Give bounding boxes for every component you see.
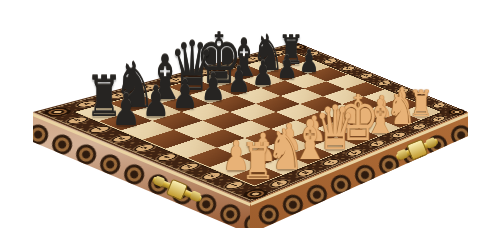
corner-rosette: [284, 43, 310, 52]
rank-label-right-3: 3: [393, 87, 412, 94]
rank-label-right-2: 2: [412, 94, 431, 101]
rank-label-right-5: 5: [357, 72, 376, 79]
rank-label-left-1: 1: [221, 180, 247, 190]
rank-label-left-6: 6: [108, 134, 136, 144]
chess-board: AA11BB22CC33DD44EE55FF66GG77HH88: [33, 42, 468, 202]
rank-label-left-5: 5: [131, 143, 159, 153]
corner-rosette: [39, 106, 76, 118]
rank-label-left-8: 8: [63, 116, 92, 125]
rank-label-right-8: 8: [302, 50, 322, 57]
rank-label-right-6: 6: [339, 65, 359, 72]
rank-label-left-3: 3: [176, 162, 203, 172]
product-photo-scene: AA11BB22CC33DD44EE55FF66GG77HH88 ♜♞♟♝♟♚♟…: [0, 0, 500, 228]
rank-label-left-4: 4: [153, 152, 180, 162]
rank-label-left-2: 2: [199, 171, 226, 181]
rank-label-left-7: 7: [86, 125, 114, 135]
rank-label-right-1: 1: [430, 102, 448, 109]
rank-label-right-4: 4: [375, 80, 394, 87]
rank-label-right-7: 7: [320, 58, 340, 65]
